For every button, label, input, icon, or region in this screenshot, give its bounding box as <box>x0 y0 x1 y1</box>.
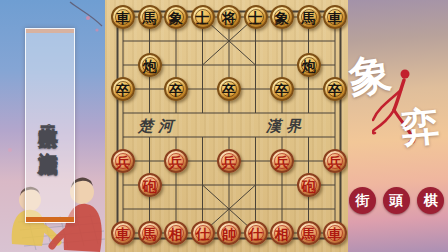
episode-title-text: 云中棋路·海底藏月 <box>26 36 74 217</box>
badge-tou: 頭 <box>383 187 410 214</box>
right-brand-panel: 象 弈 街 頭 棋 <box>348 0 448 252</box>
piece-r-仕-c5r9[interactable]: 仕 <box>244 221 268 245</box>
piece-b-卒-c8r3[interactable]: 卒 <box>323 77 347 101</box>
piece-glyph: 炮 <box>302 59 316 73</box>
piece-b-象-c6r0[interactable]: 象 <box>270 5 294 29</box>
piece-glyph: 仕 <box>249 227 263 241</box>
piece-glyph: 砲 <box>143 179 157 193</box>
piece-b-卒-c2r3[interactable]: 卒 <box>164 77 188 101</box>
piece-glyph: 馬 <box>143 227 157 241</box>
piece-glyph: 車 <box>328 227 342 241</box>
piece-b-炮-c7r2[interactable]: 炮 <box>297 53 321 77</box>
piece-r-馬-c7r9[interactable]: 馬 <box>297 221 321 245</box>
piece-r-相-c6r9[interactable]: 相 <box>270 221 294 245</box>
piece-b-車-c8r0[interactable]: 車 <box>323 5 347 29</box>
piece-glyph: 士 <box>196 11 210 25</box>
piece-b-卒-c6r3[interactable]: 卒 <box>270 77 294 101</box>
piece-glyph: 仕 <box>196 227 210 241</box>
piece-b-士-c5r0[interactable]: 士 <box>244 5 268 29</box>
piece-r-砲-c1r7[interactable]: 砲 <box>138 173 162 197</box>
left-title-panel: 云中棋路·海底藏月 <box>0 0 105 252</box>
piece-b-象-c2r0[interactable]: 象 <box>164 5 188 29</box>
piece-r-車-c8r9[interactable]: 車 <box>323 221 347 245</box>
piece-glyph: 相 <box>275 227 289 241</box>
piece-r-兵-c4r6[interactable]: 兵 <box>217 149 241 173</box>
piece-glyph: 車 <box>116 227 130 241</box>
piece-glyph: 卒 <box>169 83 183 97</box>
piece-r-車-c0r9[interactable]: 車 <box>111 221 135 245</box>
piece-r-帥-c4r9[interactable]: 帥 <box>217 221 241 245</box>
piece-b-炮-c1r2[interactable]: 炮 <box>138 53 162 77</box>
piece-r-仕-c3r9[interactable]: 仕 <box>191 221 215 245</box>
piece-glyph: 兵 <box>328 155 342 169</box>
banner-top-bar <box>26 29 74 33</box>
piece-glyph: 馬 <box>302 11 316 25</box>
piece-r-砲-c7r7[interactable]: 砲 <box>297 173 321 197</box>
piece-glyph: 相 <box>169 227 183 241</box>
piece-r-相-c2r9[interactable]: 相 <box>164 221 188 245</box>
badge-qi: 棋 <box>417 187 444 214</box>
episode-title-banner: 云中棋路·海底藏月 <box>25 28 75 223</box>
piece-layer: 車馬象士将士象馬車炮炮卒卒卒卒卒兵兵兵兵兵砲砲車馬相仕帥仕相馬車 <box>105 0 348 252</box>
piece-b-馬-c1r0[interactable]: 馬 <box>138 5 162 29</box>
piece-r-兵-c8r6[interactable]: 兵 <box>323 149 347 173</box>
piece-glyph: 兵 <box>275 155 289 169</box>
piece-glyph: 兵 <box>116 155 130 169</box>
piece-glyph: 卒 <box>275 83 289 97</box>
piece-b-将-c4r0[interactable]: 将 <box>217 5 241 29</box>
piece-glyph: 将 <box>222 11 236 25</box>
xiangqi-app-screen: 云中棋路·海底藏月 楚河 漢界 車馬象士将士象馬車炮炮卒卒卒卒卒兵兵兵兵兵砲砲車… <box>0 0 448 252</box>
calligraphy-yi: 弈 <box>399 100 441 154</box>
badge-jie: 街 <box>349 187 376 214</box>
piece-glyph: 象 <box>275 11 289 25</box>
piece-glyph: 象 <box>169 11 183 25</box>
piece-glyph: 車 <box>328 11 342 25</box>
piece-glyph: 卒 <box>222 83 236 97</box>
piece-glyph: 炮 <box>143 59 157 73</box>
xiangqi-board[interactable]: 楚河 漢界 車馬象士将士象馬車炮炮卒卒卒卒卒兵兵兵兵兵砲砲車馬相仕帥仕相馬車 <box>105 0 348 252</box>
piece-b-馬-c7r0[interactable]: 馬 <box>297 5 321 29</box>
piece-glyph: 帥 <box>222 227 236 241</box>
piece-r-馬-c1r9[interactable]: 馬 <box>138 221 162 245</box>
piece-glyph: 車 <box>116 11 130 25</box>
piece-b-士-c3r0[interactable]: 士 <box>191 5 215 29</box>
piece-glyph: 卒 <box>116 83 130 97</box>
piece-glyph: 卒 <box>328 83 342 97</box>
piece-b-車-c0r0[interactable]: 車 <box>111 5 135 29</box>
piece-r-兵-c2r6[interactable]: 兵 <box>164 149 188 173</box>
piece-glyph: 兵 <box>169 155 183 169</box>
piece-b-卒-c4r3[interactable]: 卒 <box>217 77 241 101</box>
piece-glyph: 馬 <box>302 227 316 241</box>
piece-b-卒-c0r3[interactable]: 卒 <box>111 77 135 101</box>
piece-glyph: 馬 <box>143 11 157 25</box>
piece-r-兵-c0r6[interactable]: 兵 <box>111 149 135 173</box>
piece-r-兵-c6r6[interactable]: 兵 <box>270 149 294 173</box>
piece-glyph: 士 <box>249 11 263 25</box>
piece-glyph: 兵 <box>222 155 236 169</box>
piece-glyph: 砲 <box>302 179 316 193</box>
banner-bottom-bar <box>26 217 74 222</box>
